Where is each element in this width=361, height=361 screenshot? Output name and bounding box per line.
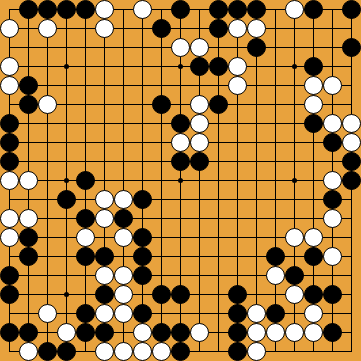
star-point <box>64 64 69 69</box>
white-stone <box>114 266 133 285</box>
black-stone <box>171 152 190 171</box>
white-stone <box>342 133 361 152</box>
black-stone <box>76 0 95 19</box>
white-stone <box>95 190 114 209</box>
white-stone <box>114 285 133 304</box>
white-stone <box>266 323 285 342</box>
go-board[interactable] <box>0 0 361 361</box>
white-stone <box>114 342 133 361</box>
white-stone <box>304 95 323 114</box>
black-stone <box>247 38 266 57</box>
white-stone <box>57 323 76 342</box>
black-stone <box>247 0 266 19</box>
black-stone <box>133 190 152 209</box>
star-point <box>178 178 183 183</box>
black-stone <box>228 323 247 342</box>
white-stone <box>38 304 57 323</box>
white-stone <box>133 342 152 361</box>
white-stone <box>0 19 19 38</box>
white-stone <box>152 342 171 361</box>
black-stone <box>0 285 19 304</box>
black-stone <box>76 209 95 228</box>
white-stone <box>342 114 361 133</box>
black-stone <box>133 266 152 285</box>
black-stone <box>304 247 323 266</box>
white-stone <box>247 342 266 361</box>
black-stone <box>304 0 323 19</box>
white-stone <box>0 57 19 76</box>
white-stone <box>228 57 247 76</box>
star-point <box>292 178 297 183</box>
white-stone <box>114 190 133 209</box>
white-stone <box>323 76 342 95</box>
white-stone <box>285 285 304 304</box>
black-stone <box>209 19 228 38</box>
black-stone <box>190 57 209 76</box>
black-stone <box>228 342 247 361</box>
white-stone <box>323 114 342 133</box>
white-stone <box>190 38 209 57</box>
white-stone <box>190 114 209 133</box>
black-stone <box>152 323 171 342</box>
black-stone <box>228 0 247 19</box>
black-stone <box>19 95 38 114</box>
white-stone <box>95 266 114 285</box>
white-stone <box>171 38 190 57</box>
black-stone <box>19 0 38 19</box>
black-stone <box>323 133 342 152</box>
black-stone <box>304 57 323 76</box>
black-stone <box>342 171 361 190</box>
black-stone <box>152 95 171 114</box>
star-point <box>64 178 69 183</box>
black-stone <box>266 247 285 266</box>
white-stone <box>285 228 304 247</box>
white-stone <box>38 19 57 38</box>
black-stone <box>19 76 38 95</box>
black-stone <box>152 19 171 38</box>
white-stone <box>247 19 266 38</box>
white-stone <box>95 342 114 361</box>
white-stone <box>304 228 323 247</box>
black-stone <box>76 247 95 266</box>
black-stone <box>171 114 190 133</box>
black-stone <box>171 285 190 304</box>
black-stone <box>133 247 152 266</box>
white-stone <box>190 323 209 342</box>
white-stone <box>114 304 133 323</box>
black-stone <box>323 190 342 209</box>
white-stone <box>285 323 304 342</box>
black-stone <box>76 323 95 342</box>
black-stone <box>133 304 152 323</box>
black-stone <box>0 323 19 342</box>
black-stone <box>342 0 361 19</box>
white-stone <box>38 95 57 114</box>
white-stone <box>0 76 19 95</box>
white-stone <box>323 209 342 228</box>
black-stone <box>171 323 190 342</box>
black-stone <box>114 209 133 228</box>
star-point <box>292 64 297 69</box>
black-stone <box>152 285 171 304</box>
black-stone <box>304 114 323 133</box>
white-stone <box>304 76 323 95</box>
black-stone <box>57 190 76 209</box>
white-stone <box>190 95 209 114</box>
black-stone <box>266 304 285 323</box>
white-stone <box>266 266 285 285</box>
black-stone <box>304 285 323 304</box>
black-stone <box>19 247 38 266</box>
black-stone <box>76 304 95 323</box>
black-stone <box>38 342 57 361</box>
white-stone <box>247 323 266 342</box>
white-stone <box>95 0 114 19</box>
white-stone <box>323 247 342 266</box>
white-stone <box>95 304 114 323</box>
white-stone <box>19 342 38 361</box>
black-stone <box>95 247 114 266</box>
black-stone <box>0 266 19 285</box>
black-stone <box>209 0 228 19</box>
white-stone <box>19 171 38 190</box>
white-stone <box>0 171 19 190</box>
white-stone <box>285 0 304 19</box>
white-stone <box>228 19 247 38</box>
star-point <box>178 64 183 69</box>
white-stone <box>76 228 95 247</box>
black-stone <box>342 152 361 171</box>
black-stone <box>38 0 57 19</box>
white-stone <box>171 133 190 152</box>
black-stone <box>190 152 209 171</box>
white-stone <box>0 209 19 228</box>
white-stone <box>190 133 209 152</box>
black-stone <box>171 342 190 361</box>
black-stone <box>95 285 114 304</box>
white-stone <box>114 228 133 247</box>
white-stone <box>95 209 114 228</box>
black-stone <box>285 266 304 285</box>
black-stone <box>171 0 190 19</box>
black-stone <box>228 304 247 323</box>
black-stone <box>57 342 76 361</box>
white-stone <box>323 171 342 190</box>
black-stone <box>209 95 228 114</box>
white-stone <box>133 0 152 19</box>
white-stone <box>247 304 266 323</box>
black-stone <box>323 285 342 304</box>
white-stone <box>95 19 114 38</box>
white-stone <box>0 228 19 247</box>
black-stone <box>228 285 247 304</box>
white-stone <box>304 304 323 323</box>
black-stone <box>342 38 361 57</box>
black-stone <box>323 323 342 342</box>
black-stone <box>19 228 38 247</box>
black-stone <box>19 323 38 342</box>
white-stone <box>133 323 152 342</box>
black-stone <box>209 57 228 76</box>
white-stone <box>228 76 247 95</box>
white-stone <box>19 209 38 228</box>
white-stone <box>304 323 323 342</box>
black-stone <box>57 0 76 19</box>
black-stone <box>0 152 19 171</box>
black-stone <box>76 171 95 190</box>
black-stone <box>95 323 114 342</box>
black-stone <box>133 228 152 247</box>
black-stone <box>0 114 19 133</box>
black-stone <box>0 133 19 152</box>
star-point <box>64 292 69 297</box>
